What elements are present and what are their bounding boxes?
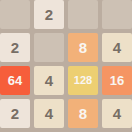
cell-empty-r1c1 <box>0 0 30 29</box>
cell-empty-r1c4 <box>102 0 132 29</box>
tile-8-r2c3: 8 <box>68 33 98 62</box>
tile-2-r2c1: 2 <box>0 33 30 62</box>
tile-16-r3c4: 16 <box>102 66 132 95</box>
tile-2-r1c2: 2 <box>34 0 64 29</box>
tile-4-r4c4: 4 <box>102 99 132 128</box>
tile-2-r4c1: 2 <box>0 99 30 128</box>
cell-empty-r2c2 <box>34 33 64 62</box>
tile-128-r3c3: 128 <box>68 66 98 95</box>
tile-4-r2c4: 4 <box>102 33 132 62</box>
tile-4-r4c2: 4 <box>34 99 64 128</box>
tile-64-r3c1: 64 <box>0 66 30 95</box>
board-2048[interactable]: 2284644128162484 <box>0 0 132 132</box>
tile-4-r3c2: 4 <box>34 66 64 95</box>
tile-8-r4c3: 8 <box>68 99 98 128</box>
cell-empty-r1c3 <box>68 0 98 29</box>
